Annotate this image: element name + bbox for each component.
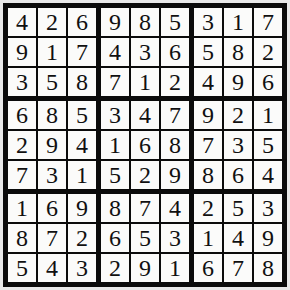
cell-r2c4: 4	[101, 38, 129, 66]
cell-r3c9: 6	[254, 68, 282, 96]
cell-r7c7: 2	[194, 194, 222, 222]
cell-r8c3: 2	[68, 224, 96, 252]
cell-r3c8: 9	[224, 68, 252, 96]
cell-r9c3: 3	[68, 254, 96, 282]
cell-r3c5: 1	[131, 68, 159, 96]
cell-r3c7: 4	[194, 68, 222, 96]
cell-r1c5: 8	[131, 8, 159, 36]
cell-r6c8: 6	[224, 161, 252, 189]
sudoku-box-9: 253149678	[194, 194, 282, 282]
cell-r8c8: 4	[224, 224, 252, 252]
cell-r6c1: 7	[8, 161, 36, 189]
cell-r5c5: 6	[131, 131, 159, 159]
cell-r1c8: 1	[224, 8, 252, 36]
cell-r2c1: 9	[8, 38, 36, 66]
cell-r1c2: 2	[38, 8, 66, 36]
cell-r2c9: 2	[254, 38, 282, 66]
cell-r5c4: 1	[101, 131, 129, 159]
cell-r7c4: 8	[101, 194, 129, 222]
cell-r4c8: 2	[224, 101, 252, 129]
cell-r6c3: 1	[68, 161, 96, 189]
cell-r7c2: 6	[38, 194, 66, 222]
cell-r7c5: 7	[131, 194, 159, 222]
cell-r3c6: 2	[161, 68, 189, 96]
cell-r7c3: 9	[68, 194, 96, 222]
sudoku-box-2: 985436712	[101, 8, 189, 96]
sudoku-diagram: 4269173589854367123175824966852947313471…	[0, 0, 290, 290]
cell-r1c6: 5	[161, 8, 189, 36]
cell-r5c2: 9	[38, 131, 66, 159]
sudoku-box-1: 426917358	[8, 8, 96, 96]
cell-r9c6: 1	[161, 254, 189, 282]
cell-r8c9: 9	[254, 224, 282, 252]
cell-r9c8: 7	[224, 254, 252, 282]
sudoku-box-5: 347168529	[101, 101, 189, 189]
cell-r7c8: 5	[224, 194, 252, 222]
cell-r5c3: 4	[68, 131, 96, 159]
cell-r6c9: 4	[254, 161, 282, 189]
cell-r4c6: 7	[161, 101, 189, 129]
cell-r6c5: 2	[131, 161, 159, 189]
sudoku-board: 4269173589854367123175824966852947313471…	[3, 3, 287, 287]
cell-r5c9: 5	[254, 131, 282, 159]
cell-r2c7: 5	[194, 38, 222, 66]
cell-r4c3: 5	[68, 101, 96, 129]
cell-r1c1: 4	[8, 8, 36, 36]
sudoku-box-6: 921735864	[194, 101, 282, 189]
cell-r8c5: 5	[131, 224, 159, 252]
cell-r7c1: 1	[8, 194, 36, 222]
cell-r9c2: 4	[38, 254, 66, 282]
sudoku-box-8: 874653291	[101, 194, 189, 282]
cell-r1c4: 9	[101, 8, 129, 36]
cell-r3c4: 7	[101, 68, 129, 96]
cell-r8c4: 6	[101, 224, 129, 252]
cell-r6c7: 8	[194, 161, 222, 189]
cell-r5c1: 2	[8, 131, 36, 159]
cell-r3c2: 5	[38, 68, 66, 96]
cell-r4c2: 8	[38, 101, 66, 129]
cell-r2c5: 3	[131, 38, 159, 66]
sudoku-box-7: 169872543	[8, 194, 96, 282]
cell-r1c7: 3	[194, 8, 222, 36]
cell-r8c7: 1	[194, 224, 222, 252]
cell-r2c8: 8	[224, 38, 252, 66]
cell-r3c3: 8	[68, 68, 96, 96]
cell-r1c3: 6	[68, 8, 96, 36]
cell-r7c6: 4	[161, 194, 189, 222]
cell-r4c9: 1	[254, 101, 282, 129]
cell-r6c6: 9	[161, 161, 189, 189]
cell-r6c4: 5	[101, 161, 129, 189]
sudoku-box-3: 317582496	[194, 8, 282, 96]
cell-r2c3: 7	[68, 38, 96, 66]
sudoku-box-4: 685294731	[8, 101, 96, 189]
cell-r9c9: 8	[254, 254, 282, 282]
cell-r5c8: 3	[224, 131, 252, 159]
cell-r9c5: 9	[131, 254, 159, 282]
cell-r5c7: 7	[194, 131, 222, 159]
cell-r9c4: 2	[101, 254, 129, 282]
cell-r4c1: 6	[8, 101, 36, 129]
cell-r3c1: 3	[8, 68, 36, 96]
cell-r4c5: 4	[131, 101, 159, 129]
cell-r8c2: 7	[38, 224, 66, 252]
cell-r4c4: 3	[101, 101, 129, 129]
cell-r2c2: 1	[38, 38, 66, 66]
cell-r5c6: 8	[161, 131, 189, 159]
cell-r6c2: 3	[38, 161, 66, 189]
cell-r7c9: 3	[254, 194, 282, 222]
cell-r1c9: 7	[254, 8, 282, 36]
cell-r8c6: 3	[161, 224, 189, 252]
cell-r8c1: 8	[8, 224, 36, 252]
cell-r9c7: 6	[194, 254, 222, 282]
cell-r9c1: 5	[8, 254, 36, 282]
cell-r2c6: 6	[161, 38, 189, 66]
cell-r4c7: 9	[194, 101, 222, 129]
